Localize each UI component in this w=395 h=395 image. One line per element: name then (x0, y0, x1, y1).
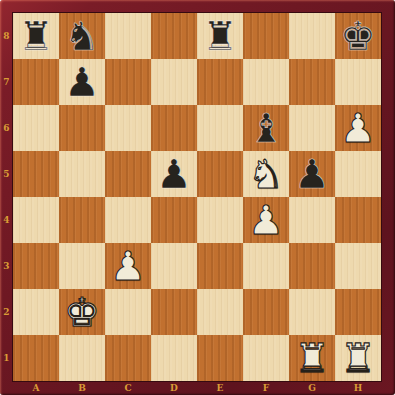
square-g4[interactable] (289, 197, 335, 243)
square-d2[interactable] (151, 289, 197, 335)
square-g1[interactable]: ♜ (289, 335, 335, 381)
rank-labels: 87654321 (0, 13, 13, 381)
square-h2[interactable] (335, 289, 381, 335)
square-f3[interactable] (243, 243, 289, 289)
rank-label-1: 1 (0, 335, 13, 381)
square-e4[interactable] (197, 197, 243, 243)
piece-white-pawn[interactable]: ♟ (105, 243, 151, 289)
piece-black-pawn[interactable]: ♟ (151, 151, 197, 197)
square-c2[interactable] (105, 289, 151, 335)
square-d6[interactable] (151, 105, 197, 151)
rank-label-8: 8 (0, 13, 13, 59)
square-b1[interactable] (59, 335, 105, 381)
square-f5[interactable]: ♞ (243, 151, 289, 197)
square-a2[interactable] (13, 289, 59, 335)
square-e5[interactable] (197, 151, 243, 197)
square-e3[interactable] (197, 243, 243, 289)
square-g2[interactable] (289, 289, 335, 335)
board-frame: 87654321 ♜♞♜♚♟♝♟♟♞♟♟♟♚♜♜ ABCDEFGH (0, 0, 395, 395)
square-b3[interactable] (59, 243, 105, 289)
piece-black-bishop[interactable]: ♝ (243, 105, 289, 151)
piece-black-rook[interactable]: ♜ (197, 13, 243, 59)
square-g5[interactable]: ♟ (289, 151, 335, 197)
piece-black-pawn[interactable]: ♟ (289, 151, 335, 197)
rank-label-7: 7 (0, 59, 13, 105)
square-c3[interactable]: ♟ (105, 243, 151, 289)
file-label-g: G (289, 381, 335, 395)
square-f4[interactable]: ♟ (243, 197, 289, 243)
square-e2[interactable] (197, 289, 243, 335)
square-b6[interactable] (59, 105, 105, 151)
rank-label-6: 6 (0, 105, 13, 151)
square-h5[interactable] (335, 151, 381, 197)
square-c4[interactable] (105, 197, 151, 243)
square-a7[interactable] (13, 59, 59, 105)
square-h1[interactable]: ♜ (335, 335, 381, 381)
file-label-b: B (59, 381, 105, 395)
file-labels: ABCDEFGH (13, 381, 381, 395)
piece-black-rook[interactable]: ♜ (13, 13, 59, 59)
square-e1[interactable] (197, 335, 243, 381)
square-h3[interactable] (335, 243, 381, 289)
square-a4[interactable] (13, 197, 59, 243)
square-f2[interactable] (243, 289, 289, 335)
square-d7[interactable] (151, 59, 197, 105)
square-e8[interactable]: ♜ (197, 13, 243, 59)
square-e7[interactable] (197, 59, 243, 105)
square-c6[interactable] (105, 105, 151, 151)
square-c5[interactable] (105, 151, 151, 197)
square-f8[interactable] (243, 13, 289, 59)
piece-white-king[interactable]: ♚ (59, 289, 105, 335)
piece-white-knight[interactable]: ♞ (243, 151, 289, 197)
chess-board: ♜♞♜♚♟♝♟♟♞♟♟♟♚♜♜ (13, 13, 381, 381)
square-h8[interactable]: ♚ (335, 13, 381, 59)
square-e6[interactable] (197, 105, 243, 151)
piece-black-knight[interactable]: ♞ (59, 13, 105, 59)
square-h7[interactable] (335, 59, 381, 105)
piece-white-pawn[interactable]: ♟ (335, 105, 381, 151)
square-a1[interactable] (13, 335, 59, 381)
square-b7[interactable]: ♟ (59, 59, 105, 105)
rank-label-3: 3 (0, 243, 13, 289)
rank-label-2: 2 (0, 289, 13, 335)
square-c7[interactable] (105, 59, 151, 105)
square-a3[interactable] (13, 243, 59, 289)
square-f6[interactable]: ♝ (243, 105, 289, 151)
square-d5[interactable]: ♟ (151, 151, 197, 197)
square-g8[interactable] (289, 13, 335, 59)
piece-black-pawn[interactable]: ♟ (59, 59, 105, 105)
square-c1[interactable] (105, 335, 151, 381)
square-g6[interactable] (289, 105, 335, 151)
square-h4[interactable] (335, 197, 381, 243)
piece-white-pawn[interactable]: ♟ (243, 197, 289, 243)
square-b4[interactable] (59, 197, 105, 243)
square-d3[interactable] (151, 243, 197, 289)
file-label-d: D (151, 381, 197, 395)
piece-black-king[interactable]: ♚ (335, 13, 381, 59)
rank-label-4: 4 (0, 197, 13, 243)
square-h6[interactable]: ♟ (335, 105, 381, 151)
square-a5[interactable] (13, 151, 59, 197)
file-label-c: C (105, 381, 151, 395)
square-d8[interactable] (151, 13, 197, 59)
square-d1[interactable] (151, 335, 197, 381)
square-g7[interactable] (289, 59, 335, 105)
square-b5[interactable] (59, 151, 105, 197)
square-a8[interactable]: ♜ (13, 13, 59, 59)
square-a6[interactable] (13, 105, 59, 151)
rank-label-5: 5 (0, 151, 13, 197)
file-label-h: H (335, 381, 381, 395)
file-label-e: E (197, 381, 243, 395)
square-b2[interactable]: ♚ (59, 289, 105, 335)
square-f7[interactable] (243, 59, 289, 105)
square-b8[interactable]: ♞ (59, 13, 105, 59)
square-g3[interactable] (289, 243, 335, 289)
file-label-f: F (243, 381, 289, 395)
square-f1[interactable] (243, 335, 289, 381)
piece-white-rook[interactable]: ♜ (289, 335, 335, 381)
square-c8[interactable] (105, 13, 151, 59)
file-label-a: A (13, 381, 59, 395)
piece-white-rook[interactable]: ♜ (335, 335, 381, 381)
square-d4[interactable] (151, 197, 197, 243)
